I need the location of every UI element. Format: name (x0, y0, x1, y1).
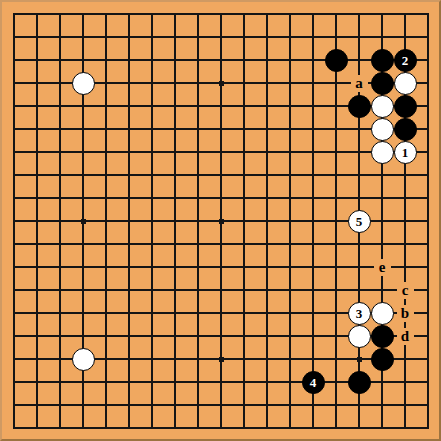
intersection (95, 279, 118, 302)
intersection (279, 417, 302, 440)
intersection (72, 187, 95, 210)
intersection (3, 348, 26, 371)
point-label-a: a (351, 75, 368, 92)
intersection (302, 210, 325, 233)
intersection (394, 26, 417, 49)
intersection (233, 164, 256, 187)
intersection (233, 394, 256, 417)
intersection (95, 302, 118, 325)
intersection (256, 187, 279, 210)
intersection (233, 118, 256, 141)
intersection (49, 325, 72, 348)
intersection (256, 3, 279, 26)
white-stone (371, 118, 394, 141)
point-label-e: e (374, 259, 391, 276)
intersection (95, 118, 118, 141)
intersection (141, 3, 164, 26)
intersection (302, 26, 325, 49)
intersection (371, 3, 394, 26)
intersection (72, 141, 95, 164)
intersection (348, 371, 371, 394)
intersection (187, 95, 210, 118)
intersection (49, 233, 72, 256)
intersection (164, 72, 187, 95)
black-stone (371, 72, 394, 95)
intersection (72, 417, 95, 440)
intersection (325, 302, 348, 325)
intersection (417, 210, 440, 233)
intersection (26, 72, 49, 95)
intersection (233, 72, 256, 95)
intersection (3, 417, 26, 440)
intersection (348, 256, 371, 279)
intersection (417, 417, 440, 440)
intersection (49, 302, 72, 325)
intersection (72, 348, 95, 371)
intersection (325, 210, 348, 233)
intersection (3, 210, 26, 233)
black-stone (371, 348, 394, 371)
intersection (417, 394, 440, 417)
intersection (302, 72, 325, 95)
intersection (95, 325, 118, 348)
intersection (3, 164, 26, 187)
intersection (72, 325, 95, 348)
black-stone (348, 371, 371, 394)
intersection (371, 49, 394, 72)
intersection (348, 49, 371, 72)
hoshi-dot (81, 219, 86, 224)
intersection (72, 233, 95, 256)
intersection (417, 141, 440, 164)
intersection (210, 394, 233, 417)
intersection (210, 187, 233, 210)
intersection (371, 26, 394, 49)
intersection (279, 49, 302, 72)
intersection (325, 256, 348, 279)
intersection (118, 95, 141, 118)
intersection (233, 348, 256, 371)
intersection (325, 3, 348, 26)
intersection (371, 233, 394, 256)
intersection (371, 348, 394, 371)
intersection: 2 (394, 49, 417, 72)
intersection (348, 279, 371, 302)
intersection (72, 26, 95, 49)
intersection (164, 394, 187, 417)
intersection (95, 72, 118, 95)
intersection (371, 72, 394, 95)
intersection (256, 279, 279, 302)
intersection (95, 95, 118, 118)
intersection (256, 49, 279, 72)
intersection (118, 233, 141, 256)
intersection (371, 210, 394, 233)
intersection (118, 26, 141, 49)
intersection (187, 233, 210, 256)
intersection (118, 394, 141, 417)
intersection (49, 3, 72, 26)
intersection (187, 141, 210, 164)
intersection (141, 233, 164, 256)
intersection (256, 141, 279, 164)
intersection (371, 371, 394, 394)
intersection (141, 279, 164, 302)
intersection: b (394, 302, 417, 325)
intersection (95, 417, 118, 440)
intersection (187, 348, 210, 371)
intersection (3, 26, 26, 49)
intersection (279, 164, 302, 187)
intersection (371, 95, 394, 118)
intersection (164, 256, 187, 279)
intersection (279, 233, 302, 256)
intersection: e (371, 256, 394, 279)
intersection (187, 72, 210, 95)
intersection (256, 348, 279, 371)
intersection (164, 187, 187, 210)
intersection (95, 210, 118, 233)
intersection (26, 164, 49, 187)
hoshi-dot (219, 81, 224, 86)
intersection (26, 256, 49, 279)
intersection (49, 118, 72, 141)
intersection (141, 72, 164, 95)
intersection (256, 164, 279, 187)
intersection (394, 348, 417, 371)
intersection (210, 279, 233, 302)
intersection (279, 256, 302, 279)
intersection (302, 348, 325, 371)
intersection (233, 417, 256, 440)
white-stone (371, 302, 394, 325)
intersection (325, 141, 348, 164)
intersection (49, 394, 72, 417)
intersection (164, 118, 187, 141)
intersection (141, 417, 164, 440)
intersection (95, 49, 118, 72)
intersection (118, 302, 141, 325)
intersection (72, 49, 95, 72)
white-stone (371, 141, 394, 164)
intersection (348, 348, 371, 371)
intersection (348, 187, 371, 210)
intersection (233, 325, 256, 348)
intersection (279, 279, 302, 302)
intersection (417, 95, 440, 118)
intersection (233, 210, 256, 233)
intersection (187, 118, 210, 141)
intersection (325, 371, 348, 394)
intersection (210, 302, 233, 325)
intersection (26, 302, 49, 325)
intersection (371, 164, 394, 187)
intersection (95, 371, 118, 394)
intersection (118, 256, 141, 279)
intersection (3, 95, 26, 118)
intersection (394, 394, 417, 417)
intersection (371, 141, 394, 164)
intersection (371, 279, 394, 302)
intersection (325, 187, 348, 210)
intersection (325, 95, 348, 118)
intersection (26, 95, 49, 118)
intersection (348, 95, 371, 118)
intersection (279, 348, 302, 371)
hoshi-dot (219, 357, 224, 362)
intersection (3, 394, 26, 417)
intersection (141, 141, 164, 164)
intersection (233, 95, 256, 118)
intersection (118, 72, 141, 95)
intersection (141, 256, 164, 279)
intersection: c (394, 279, 417, 302)
intersection (325, 164, 348, 187)
intersection (302, 279, 325, 302)
intersection (164, 279, 187, 302)
intersection (3, 256, 26, 279)
intersection (417, 49, 440, 72)
intersection (325, 394, 348, 417)
intersection (279, 26, 302, 49)
intersection (3, 118, 26, 141)
intersection (210, 371, 233, 394)
intersection (233, 233, 256, 256)
intersection (26, 26, 49, 49)
intersection (210, 95, 233, 118)
intersection (118, 417, 141, 440)
intersection (141, 164, 164, 187)
intersection (279, 118, 302, 141)
intersection (95, 256, 118, 279)
intersection (279, 371, 302, 394)
point-label-c: c (397, 282, 414, 299)
intersection (210, 348, 233, 371)
intersection (394, 187, 417, 210)
intersection (417, 26, 440, 49)
intersection (348, 325, 371, 348)
intersection (302, 417, 325, 440)
intersection (164, 233, 187, 256)
intersection (302, 394, 325, 417)
intersection (302, 325, 325, 348)
intersection (233, 256, 256, 279)
intersection (417, 256, 440, 279)
intersection (3, 233, 26, 256)
intersection (210, 164, 233, 187)
intersection (118, 49, 141, 72)
intersection (279, 187, 302, 210)
intersection (210, 141, 233, 164)
intersection (118, 118, 141, 141)
intersection (72, 118, 95, 141)
intersection (256, 233, 279, 256)
intersection (256, 394, 279, 417)
intersection (49, 95, 72, 118)
intersection (49, 141, 72, 164)
intersection (417, 3, 440, 26)
intersection (49, 210, 72, 233)
intersection (187, 371, 210, 394)
intersection (210, 26, 233, 49)
intersection (233, 279, 256, 302)
black-stone (394, 118, 417, 141)
intersection (3, 49, 26, 72)
intersection (95, 348, 118, 371)
intersection (187, 164, 210, 187)
intersection (233, 3, 256, 26)
intersection (187, 3, 210, 26)
intersection (348, 417, 371, 440)
intersection (394, 417, 417, 440)
intersection (164, 164, 187, 187)
intersection (118, 348, 141, 371)
intersection (3, 302, 26, 325)
intersection (95, 164, 118, 187)
intersection (118, 187, 141, 210)
intersection (72, 95, 95, 118)
intersection (394, 95, 417, 118)
intersection (49, 187, 72, 210)
intersection (72, 164, 95, 187)
intersection (49, 164, 72, 187)
intersection (256, 26, 279, 49)
intersection (187, 187, 210, 210)
intersection (279, 394, 302, 417)
intersection (325, 118, 348, 141)
intersection (26, 49, 49, 72)
intersection (187, 279, 210, 302)
intersection (325, 26, 348, 49)
intersection (417, 279, 440, 302)
intersection (233, 371, 256, 394)
intersection (325, 417, 348, 440)
intersection (417, 72, 440, 95)
point-label-d: d (397, 328, 414, 345)
intersection (417, 348, 440, 371)
intersection (118, 3, 141, 26)
intersection: a (348, 72, 371, 95)
intersection (141, 95, 164, 118)
intersection (417, 302, 440, 325)
intersection (394, 72, 417, 95)
intersection (371, 394, 394, 417)
intersection (417, 187, 440, 210)
intersection (256, 371, 279, 394)
intersection (325, 49, 348, 72)
white-stone (371, 95, 394, 118)
white-stone (72, 348, 95, 371)
intersection (371, 325, 394, 348)
intersection (26, 187, 49, 210)
intersection (394, 118, 417, 141)
intersection (26, 233, 49, 256)
intersection: 5 (348, 210, 371, 233)
intersection (3, 371, 26, 394)
intersection (256, 302, 279, 325)
intersection (394, 371, 417, 394)
intersection (256, 118, 279, 141)
intersection (118, 164, 141, 187)
intersection (302, 3, 325, 26)
intersection (210, 72, 233, 95)
intersection (26, 3, 49, 26)
intersection (3, 72, 26, 95)
white-stone-move-1: 1 (394, 141, 417, 164)
intersection (279, 3, 302, 26)
intersection (256, 210, 279, 233)
white-stone (348, 325, 371, 348)
intersection (72, 302, 95, 325)
intersection (95, 141, 118, 164)
intersection (26, 371, 49, 394)
intersection (118, 325, 141, 348)
intersection (3, 187, 26, 210)
intersection (95, 3, 118, 26)
intersection (49, 26, 72, 49)
intersection (26, 279, 49, 302)
intersection (210, 3, 233, 26)
intersection (26, 394, 49, 417)
intersection (72, 256, 95, 279)
intersection (49, 417, 72, 440)
intersection (164, 325, 187, 348)
intersection (95, 394, 118, 417)
intersection (164, 26, 187, 49)
intersection (3, 3, 26, 26)
intersection (279, 210, 302, 233)
intersection (26, 417, 49, 440)
intersection (325, 348, 348, 371)
intersection (279, 72, 302, 95)
intersection (187, 302, 210, 325)
intersection (348, 394, 371, 417)
intersection (164, 3, 187, 26)
intersection (26, 325, 49, 348)
intersection (348, 118, 371, 141)
intersection (3, 325, 26, 348)
intersection (164, 371, 187, 394)
intersection (141, 371, 164, 394)
black-stone-move-2: 2 (394, 49, 417, 72)
intersection (49, 348, 72, 371)
intersection (95, 187, 118, 210)
intersection (394, 164, 417, 187)
intersection (164, 210, 187, 233)
black-stone (371, 325, 394, 348)
intersection (417, 118, 440, 141)
board-intersections: 2a15ec3bd4 (3, 3, 440, 440)
white-stone (72, 72, 95, 95)
intersection (141, 118, 164, 141)
intersection (417, 164, 440, 187)
intersection (141, 210, 164, 233)
intersection (371, 302, 394, 325)
intersection (394, 3, 417, 26)
black-stone (371, 49, 394, 72)
intersection (256, 72, 279, 95)
intersection (118, 141, 141, 164)
intersection (49, 256, 72, 279)
intersection (279, 325, 302, 348)
intersection: 3 (348, 302, 371, 325)
intersection (279, 302, 302, 325)
intersection (49, 49, 72, 72)
intersection (118, 210, 141, 233)
intersection (95, 26, 118, 49)
intersection (72, 3, 95, 26)
intersection (233, 26, 256, 49)
